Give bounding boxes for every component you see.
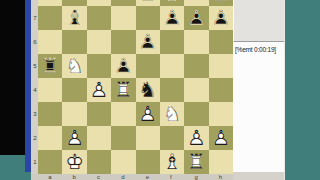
white-knight-piece: ♞♘ [160, 102, 184, 126]
square-g7[interactable]: ♟♙ [184, 6, 208, 30]
file-label-f: f [170, 174, 172, 180]
square-h6[interactable] [209, 30, 233, 54]
square-c5[interactable] [87, 54, 111, 78]
black-pawn-piece: ♟♙ [111, 54, 135, 78]
file-coordinates: abcdefgh [31, 174, 233, 180]
file-label-a: a [48, 174, 51, 180]
square-a1[interactable] [38, 150, 62, 174]
square-e4[interactable]: ♞♘ [136, 78, 160, 102]
white-pawn-piece: ♟♙ [209, 126, 233, 150]
square-g1[interactable]: ♜♖ [184, 150, 208, 174]
white-knight-piece: ♞♘ [62, 54, 86, 78]
square-h7[interactable]: ♟♙ [209, 6, 233, 30]
square-d3[interactable] [111, 102, 135, 126]
square-e7[interactable] [136, 6, 160, 30]
white-rook-piece: ♜♖ [184, 150, 208, 174]
square-a7[interactable] [38, 6, 62, 30]
square-g5[interactable] [184, 54, 208, 78]
file-label-c: c [97, 174, 100, 180]
file-label-h: h [219, 174, 222, 180]
square-b1[interactable]: ♚♔ [62, 150, 86, 174]
file-label-b: b [73, 174, 76, 180]
square-a5[interactable]: ♜♖ [38, 54, 62, 78]
square-a2[interactable] [38, 126, 62, 150]
square-g6[interactable] [184, 30, 208, 54]
square-g4[interactable] [184, 78, 208, 102]
square-f4[interactable] [160, 78, 184, 102]
square-c2[interactable] [87, 126, 111, 150]
letterbox-black [0, 0, 25, 155]
square-g3[interactable] [184, 102, 208, 126]
square-g2[interactable]: ♟♙ [184, 126, 208, 150]
square-e3[interactable]: ♟♙ [136, 102, 160, 126]
square-h2[interactable]: ♟♙ [209, 126, 233, 150]
white-pawn-piece: ♟♙ [136, 102, 160, 126]
file-label-g: g [194, 174, 197, 180]
square-f1[interactable]: ♝♗ [160, 150, 184, 174]
square-b7[interactable]: ♝♗ [62, 6, 86, 30]
square-d6[interactable] [111, 30, 135, 54]
square-a4[interactable] [38, 78, 62, 102]
square-c3[interactable] [87, 102, 111, 126]
square-f5[interactable] [160, 54, 184, 78]
annotation-panel-footer [233, 172, 284, 180]
square-d7[interactable] [111, 6, 135, 30]
file-label-d: d [121, 174, 124, 180]
annotation-panel-body: [%emt 0:00:19] [233, 42, 284, 57]
square-f3[interactable]: ♞♘ [160, 102, 184, 126]
square-c4[interactable]: ♟♙ [87, 78, 111, 102]
square-e6[interactable]: ♟♙ [136, 30, 160, 54]
square-c1[interactable] [87, 150, 111, 174]
square-e5[interactable] [136, 54, 160, 78]
square-d4[interactable]: ♜♖ [111, 78, 135, 102]
chess-board[interactable]: ♚♔♝♗♜♖♝♗♟♙♟♙♟♙♟♙♜♖♞♘♟♙♟♙♜♖♞♘♟♙♞♘♟♙♟♙♟♙♚♔… [38, 0, 233, 174]
white-rook-piece: ♜♖ [111, 78, 135, 102]
square-b3[interactable] [62, 102, 86, 126]
white-king-piece: ♚♔ [62, 150, 86, 174]
square-d2[interactable] [111, 126, 135, 150]
square-d1[interactable] [111, 150, 135, 174]
square-h3[interactable] [209, 102, 233, 126]
square-f2[interactable] [160, 126, 184, 150]
square-d5[interactable]: ♟♙ [111, 54, 135, 78]
black-pawn-piece: ♟♙ [160, 6, 184, 30]
square-h4[interactable] [209, 78, 233, 102]
black-pawn-piece: ♟♙ [136, 30, 160, 54]
file-label-e: e [146, 174, 149, 180]
square-h5[interactable] [209, 54, 233, 78]
square-a3[interactable] [38, 102, 62, 126]
black-bishop-piece: ♝♗ [62, 6, 86, 30]
white-bishop-piece: ♝♗ [160, 150, 184, 174]
square-b6[interactable] [62, 30, 86, 54]
annotation-panel-header [233, 0, 284, 42]
white-pawn-piece: ♟♙ [62, 126, 86, 150]
square-c7[interactable] [87, 6, 111, 30]
square-e2[interactable] [136, 126, 160, 150]
black-pawn-piece: ♟♙ [184, 6, 208, 30]
white-pawn-piece: ♟♙ [87, 78, 111, 102]
square-e1[interactable] [136, 150, 160, 174]
black-rook-piece: ♜♖ [38, 54, 62, 78]
emt-annotation: [%emt 0:00:19] [235, 46, 282, 53]
rank-coordinates: 87654321 [31, 0, 38, 174]
square-c6[interactable] [87, 30, 111, 54]
square-b2[interactable]: ♟♙ [62, 126, 86, 150]
square-a6[interactable] [38, 30, 62, 54]
annotation-panel[interactable]: [%emt 0:00:19] [233, 0, 285, 180]
square-h1[interactable] [209, 150, 233, 174]
black-knight-piece: ♞♘ [136, 78, 160, 102]
square-f6[interactable] [160, 30, 184, 54]
white-pawn-piece: ♟♙ [184, 126, 208, 150]
square-f7[interactable]: ♟♙ [160, 6, 184, 30]
square-b4[interactable] [62, 78, 86, 102]
screen: 87654321 ♚♔♝♗♜♖♝♗♟♙♟♙♟♙♟♙♜♖♞♘♟♙♟♙♜♖♞♘♟♙♞… [0, 0, 320, 180]
black-pawn-piece: ♟♙ [209, 6, 233, 30]
square-b5[interactable]: ♞♘ [62, 54, 86, 78]
